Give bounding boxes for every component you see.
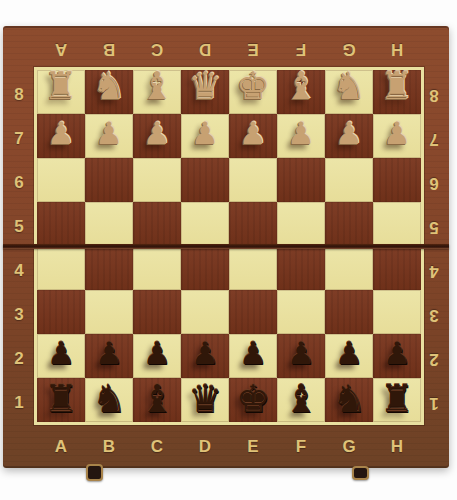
- piece-dark-pawn-b2: ♟: [85, 338, 133, 369]
- square-e3: [229, 290, 277, 334]
- hinge-clasp-right-icon: [352, 466, 369, 480]
- piece-dark-pawn-a2: ♟: [37, 338, 85, 369]
- file-label-bottom-h: H: [373, 432, 421, 462]
- square-f5: [277, 202, 325, 246]
- piece-light-knight-g8: ♞: [325, 67, 373, 105]
- square-a8: ♜: [37, 70, 85, 114]
- square-g6: [325, 158, 373, 202]
- square-b7: ♟: [85, 114, 133, 158]
- square-a2: ♟: [37, 334, 85, 378]
- square-b4: [85, 246, 133, 290]
- square-a3: [37, 290, 85, 334]
- chess-board: ABCDEFGH ABCDEFGH 87654321 87654321 ♜♞♝♛…: [3, 26, 449, 468]
- square-h6: [373, 158, 421, 202]
- rank-label-right-8: 8: [421, 73, 447, 117]
- square-h1: ♜: [373, 378, 421, 422]
- square-f6: [277, 158, 325, 202]
- rank-label-left-5: 5: [5, 205, 33, 249]
- fold-seam: [3, 244, 449, 249]
- piece-light-queen-d8: ♛: [181, 67, 229, 105]
- square-b2: ♟: [85, 334, 133, 378]
- file-label-bottom-g: G: [325, 432, 373, 462]
- rank-label-right-4: 4: [421, 249, 447, 293]
- piece-light-pawn-b7: ♟: [85, 118, 133, 149]
- square-e6: [229, 158, 277, 202]
- square-e1: ♚: [229, 378, 277, 422]
- square-c7: ♟: [133, 114, 181, 158]
- file-label-bottom-b: B: [85, 432, 133, 462]
- square-d3: [181, 290, 229, 334]
- square-d8: ♛: [181, 70, 229, 114]
- square-e2: ♟: [229, 334, 277, 378]
- rank-label-left-6: 6: [5, 161, 33, 205]
- rank-label-left-1: 1: [5, 381, 33, 425]
- piece-dark-pawn-e2: ♟: [229, 338, 277, 369]
- piece-light-king-e8: ♚: [229, 67, 277, 105]
- square-g1: ♞: [325, 378, 373, 422]
- piece-dark-knight-g1: ♞: [325, 380, 373, 418]
- square-h3: [373, 290, 421, 334]
- square-f7: ♟: [277, 114, 325, 158]
- square-d4: [181, 246, 229, 290]
- square-g5: [325, 202, 373, 246]
- piece-light-rook-a8: ♜: [37, 67, 85, 105]
- square-g8: ♞: [325, 70, 373, 114]
- square-f4: [277, 246, 325, 290]
- square-c4: [133, 246, 181, 290]
- file-label-bottom-c: C: [133, 432, 181, 462]
- file-label-bottom-d: D: [181, 432, 229, 462]
- square-h2: ♟: [373, 334, 421, 378]
- piece-light-pawn-c7: ♟: [133, 118, 181, 149]
- square-h7: ♟: [373, 114, 421, 158]
- square-c5: [133, 202, 181, 246]
- rank-label-right-2: 2: [421, 337, 447, 381]
- piece-dark-bishop-f1: ♝: [277, 380, 325, 418]
- piece-light-rook-h8: ♜: [373, 67, 421, 105]
- piece-dark-rook-a1: ♜: [37, 380, 85, 418]
- square-d2: ♟: [181, 334, 229, 378]
- square-c8: ♝: [133, 70, 181, 114]
- rank-label-left-8: 8: [5, 73, 33, 117]
- square-b1: ♞: [85, 378, 133, 422]
- square-f2: ♟: [277, 334, 325, 378]
- square-d6: [181, 158, 229, 202]
- rank-label-left-4: 4: [5, 249, 33, 293]
- piece-dark-pawn-c2: ♟: [133, 338, 181, 369]
- square-a6: [37, 158, 85, 202]
- square-a4: [37, 246, 85, 290]
- square-g4: [325, 246, 373, 290]
- square-c2: ♟: [133, 334, 181, 378]
- file-label-top-g: G: [325, 35, 373, 63]
- hinge-clasp-left-icon: [86, 464, 103, 481]
- piece-dark-pawn-f2: ♟: [277, 338, 325, 369]
- file-label-top-a: A: [37, 35, 85, 63]
- square-c3: [133, 290, 181, 334]
- piece-dark-bishop-c1: ♝: [133, 380, 181, 418]
- square-e5: [229, 202, 277, 246]
- piece-light-bishop-c8: ♝: [133, 67, 181, 105]
- rank-label-right-6: 6: [421, 161, 447, 205]
- piece-dark-pawn-d2: ♟: [181, 338, 229, 369]
- piece-light-bishop-f8: ♝: [277, 67, 325, 105]
- square-c1: ♝: [133, 378, 181, 422]
- file-label-top-f: F: [277, 35, 325, 63]
- piece-light-pawn-e7: ♟: [229, 118, 277, 149]
- square-h5: [373, 202, 421, 246]
- file-label-bottom-f: F: [277, 432, 325, 462]
- rank-label-right-7: 7: [421, 117, 447, 161]
- square-g2: ♟: [325, 334, 373, 378]
- square-a5: [37, 202, 85, 246]
- file-label-bottom-e: E: [229, 432, 277, 462]
- rank-label-right-3: 3: [421, 293, 447, 337]
- piece-dark-knight-b1: ♞: [85, 380, 133, 418]
- rank-label-right-5: 5: [421, 205, 447, 249]
- file-label-top-e: E: [229, 35, 277, 63]
- square-b3: [85, 290, 133, 334]
- square-a1: ♜: [37, 378, 85, 422]
- piece-dark-rook-h1: ♜: [373, 380, 421, 418]
- piece-dark-king-e1: ♚: [229, 380, 277, 418]
- rank-label-left-3: 3: [5, 293, 33, 337]
- square-b6: [85, 158, 133, 202]
- piece-light-pawn-d7: ♟: [181, 118, 229, 149]
- piece-light-knight-b8: ♞: [85, 67, 133, 105]
- square-d5: [181, 202, 229, 246]
- square-d1: ♛: [181, 378, 229, 422]
- piece-light-pawn-f7: ♟: [277, 118, 325, 149]
- square-e7: ♟: [229, 114, 277, 158]
- file-label-bottom-a: A: [37, 432, 85, 462]
- rank-label-left-7: 7: [5, 117, 33, 161]
- piece-light-pawn-g7: ♟: [325, 118, 373, 149]
- square-a7: ♟: [37, 114, 85, 158]
- square-e8: ♚: [229, 70, 277, 114]
- square-d7: ♟: [181, 114, 229, 158]
- square-b5: [85, 202, 133, 246]
- piece-dark-queen-d1: ♛: [181, 380, 229, 418]
- piece-dark-pawn-h2: ♟: [373, 338, 421, 369]
- square-h4: [373, 246, 421, 290]
- piece-light-pawn-h7: ♟: [373, 118, 421, 149]
- square-e4: [229, 246, 277, 290]
- piece-light-pawn-a7: ♟: [37, 118, 85, 149]
- square-f8: ♝: [277, 70, 325, 114]
- square-b8: ♞: [85, 70, 133, 114]
- file-label-top-h: H: [373, 35, 421, 63]
- square-c6: [133, 158, 181, 202]
- rank-label-left-2: 2: [5, 337, 33, 381]
- square-h8: ♜: [373, 70, 421, 114]
- piece-dark-pawn-g2: ♟: [325, 338, 373, 369]
- file-label-top-d: D: [181, 35, 229, 63]
- square-g7: ♟: [325, 114, 373, 158]
- square-g3: [325, 290, 373, 334]
- rank-label-right-1: 1: [421, 381, 447, 425]
- photo-background: ABCDEFGH ABCDEFGH 87654321 87654321 ♜♞♝♛…: [0, 0, 457, 500]
- square-f1: ♝: [277, 378, 325, 422]
- file-label-top-c: C: [133, 35, 181, 63]
- file-label-top-b: B: [85, 35, 133, 63]
- square-f3: [277, 290, 325, 334]
